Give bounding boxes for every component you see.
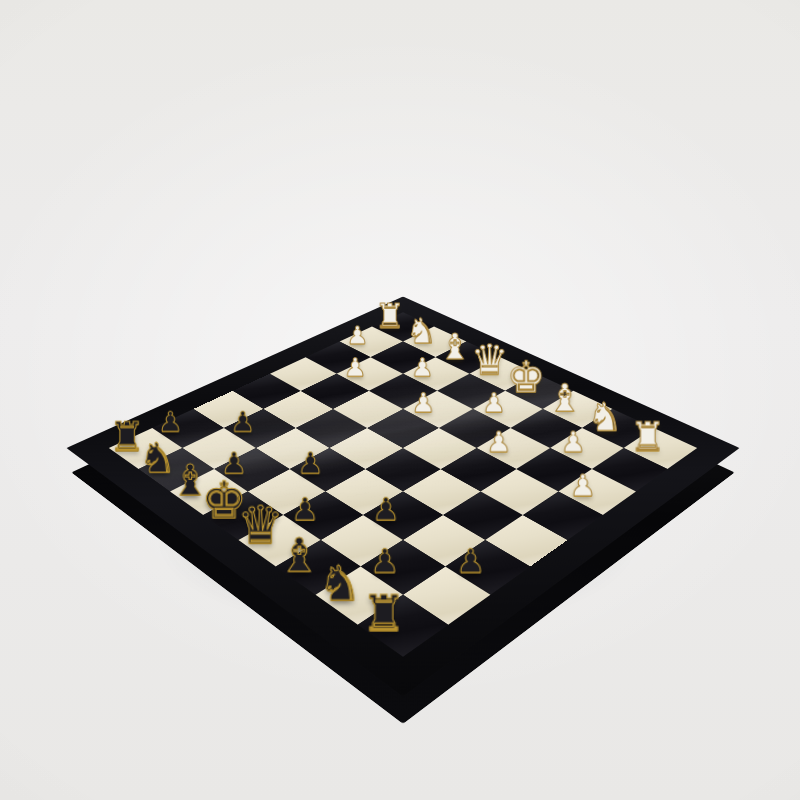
white-pawn-e2[interactable]: ♟ [482, 390, 506, 417]
square-d6[interactable]: ♟ [290, 448, 366, 491]
white-pawn-c2[interactable]: ♟ [411, 355, 434, 381]
black-pawn-h6[interactable]: ♟ [456, 546, 485, 579]
black-pawn-f6[interactable]: ♟ [372, 495, 400, 526]
white-rook-a1[interactable]: ♜ [374, 299, 405, 333]
black-pawn-e7[interactable]: ♟ [291, 495, 319, 526]
black-pawn-b6[interactable]: ♟ [230, 409, 255, 437]
black-queen-e8[interactable]: ♛ [237, 499, 284, 551]
white-knight-g1[interactable]: ♞ [587, 397, 622, 436]
white-pawn-f3[interactable]: ♟ [486, 428, 511, 456]
white-pawn-b3[interactable]: ♟ [344, 355, 367, 381]
black-bishop-f8[interactable]: ♝ [278, 532, 320, 579]
white-king-e1[interactable]: ♚ [507, 355, 546, 398]
black-pawn-g7[interactable]: ♟ [370, 546, 399, 579]
black-pawn-d6[interactable]: ♟ [297, 449, 323, 478]
white-pawn-d3[interactable]: ♟ [411, 390, 435, 417]
white-bishop-c1[interactable]: ♝ [439, 328, 471, 364]
black-rook-h8[interactable]: ♜ [361, 588, 406, 638]
white-bishop-f1[interactable]: ♝ [547, 378, 581, 416]
white-pawn-a2[interactable]: ♟ [346, 324, 368, 348]
white-queen-d1[interactable]: ♛ [471, 339, 509, 381]
white-rook-h1[interactable]: ♜ [629, 416, 665, 456]
black-pawn-a7[interactable]: ♟ [158, 409, 183, 437]
square-f6[interactable]: ♟ [363, 491, 443, 540]
white-knight-b1[interactable]: ♞ [406, 313, 437, 348]
black-knight-g8[interactable]: ♞ [318, 559, 361, 607]
white-pawn-g2[interactable]: ♟ [561, 428, 586, 456]
white-pawn-h3[interactable]: ♟ [569, 471, 596, 501]
